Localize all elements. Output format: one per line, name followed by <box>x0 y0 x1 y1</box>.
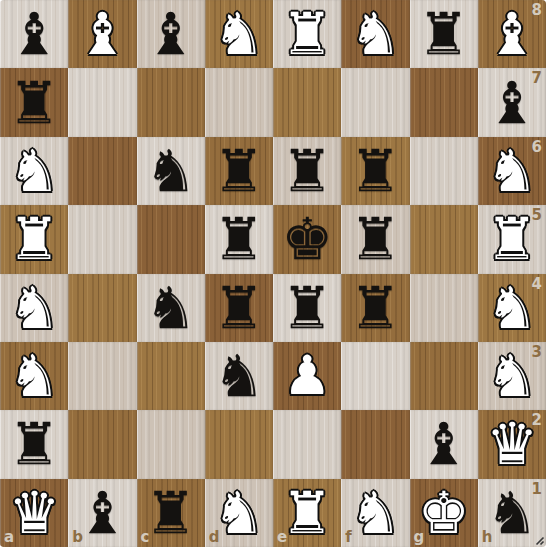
square-f8[interactable]: ♞ <box>341 0 409 68</box>
piece-white-rook[interactable]: ♜ <box>281 5 333 63</box>
square-g6[interactable] <box>410 137 478 205</box>
square-d4[interactable]: ♜ <box>205 274 273 342</box>
piece-black-rook[interactable]: ♜ <box>349 210 401 268</box>
piece-white-king[interactable]: ♚ <box>418 484 470 542</box>
square-h8[interactable]: 8♝ <box>478 0 546 68</box>
piece-white-queen[interactable]: ♛ <box>486 415 538 473</box>
square-c6[interactable]: ♞ <box>137 137 205 205</box>
rank-label-1: 1 <box>532 482 542 497</box>
piece-white-knight[interactable]: ♞ <box>8 142 60 200</box>
piece-white-bishop[interactable]: ♝ <box>486 5 538 63</box>
rank-label-7: 7 <box>532 71 542 86</box>
square-g5[interactable] <box>410 205 478 273</box>
square-g2[interactable]: ♝ <box>410 410 478 478</box>
file-label-h: h <box>482 530 493 545</box>
piece-white-pawn[interactable]: ♟ <box>283 349 331 403</box>
square-e2[interactable] <box>273 410 341 478</box>
square-a4[interactable]: ♞ <box>0 274 68 342</box>
square-c7[interactable] <box>137 68 205 136</box>
square-e1[interactable]: e♜ <box>273 479 341 547</box>
file-label-e: e <box>277 530 287 545</box>
file-label-g: g <box>414 530 425 545</box>
square-g7[interactable] <box>410 68 478 136</box>
square-b6[interactable] <box>68 137 136 205</box>
square-d5[interactable]: ♜ <box>205 205 273 273</box>
square-a2[interactable]: ♜ <box>0 410 68 478</box>
piece-black-rook[interactable]: ♜ <box>281 279 333 337</box>
resize-handle-icon[interactable] <box>531 532 545 546</box>
piece-black-knight[interactable]: ♞ <box>145 279 197 337</box>
piece-white-knight[interactable]: ♞ <box>486 279 538 337</box>
piece-black-rook[interactable]: ♜ <box>349 142 401 200</box>
square-f4[interactable]: ♜ <box>341 274 409 342</box>
square-h1[interactable]: 1h♞ <box>478 479 546 547</box>
square-e6[interactable]: ♜ <box>273 137 341 205</box>
square-f7[interactable] <box>341 68 409 136</box>
piece-white-rook[interactable]: ♜ <box>281 484 333 542</box>
square-c8[interactable]: ♝ <box>137 0 205 68</box>
piece-black-rook[interactable]: ♜ <box>213 142 265 200</box>
square-d2[interactable] <box>205 410 273 478</box>
square-b8[interactable]: ♝ <box>68 0 136 68</box>
square-h4[interactable]: 4♞ <box>478 274 546 342</box>
square-a3[interactable]: ♞ <box>0 342 68 410</box>
piece-black-bishop[interactable]: ♝ <box>486 74 538 132</box>
piece-black-bishop[interactable]: ♝ <box>76 484 128 542</box>
piece-white-knight[interactable]: ♞ <box>349 484 401 542</box>
square-b1[interactable]: b♝ <box>68 479 136 547</box>
piece-black-knight[interactable]: ♞ <box>145 142 197 200</box>
piece-white-knight[interactable]: ♞ <box>8 347 60 405</box>
square-f5[interactable]: ♜ <box>341 205 409 273</box>
square-h7[interactable]: 7♝ <box>478 68 546 136</box>
square-f1[interactable]: f♞ <box>341 479 409 547</box>
square-d3[interactable]: ♞ <box>205 342 273 410</box>
square-c1[interactable]: c♜ <box>137 479 205 547</box>
square-g3[interactable] <box>410 342 478 410</box>
file-label-b: b <box>72 530 83 545</box>
square-a5[interactable]: ♜ <box>0 205 68 273</box>
piece-black-rook[interactable]: ♜ <box>145 484 197 542</box>
piece-white-rook[interactable]: ♜ <box>486 210 538 268</box>
square-h5[interactable]: 5♜ <box>478 205 546 273</box>
square-b7[interactable] <box>68 68 136 136</box>
chess-board: ♝♝♝♞♜♞♜8♝♜7♝♞♞♜♜♜6♞♜♜♚♜5♜♞♞♜♜♜4♞♞♞♟3♞♜♝2… <box>0 0 546 547</box>
piece-white-knight[interactable]: ♞ <box>486 142 538 200</box>
square-b5[interactable] <box>68 205 136 273</box>
piece-white-queen[interactable]: ♛ <box>8 484 60 542</box>
piece-black-bishop[interactable]: ♝ <box>418 415 470 473</box>
square-b3[interactable] <box>68 342 136 410</box>
square-c3[interactable] <box>137 342 205 410</box>
rank-label-6: 6 <box>532 140 542 155</box>
piece-black-king[interactable]: ♚ <box>281 210 333 268</box>
square-f2[interactable] <box>341 410 409 478</box>
piece-black-knight[interactable]: ♞ <box>213 347 265 405</box>
piece-white-knight[interactable]: ♞ <box>8 279 60 337</box>
piece-black-bishop[interactable]: ♝ <box>145 5 197 63</box>
piece-black-rook[interactable]: ♜ <box>8 74 60 132</box>
square-d8[interactable]: ♞ <box>205 0 273 68</box>
file-label-a: a <box>4 530 14 545</box>
square-h3[interactable]: 3♞ <box>478 342 546 410</box>
square-g8[interactable]: ♜ <box>410 0 478 68</box>
square-g1[interactable]: g♚ <box>410 479 478 547</box>
square-e7[interactable] <box>273 68 341 136</box>
piece-black-rook[interactable]: ♜ <box>349 279 401 337</box>
file-label-f: f <box>345 530 352 545</box>
square-e5[interactable]: ♚ <box>273 205 341 273</box>
square-a6[interactable]: ♞ <box>0 137 68 205</box>
square-h6[interactable]: 6♞ <box>478 137 546 205</box>
piece-black-rook[interactable]: ♜ <box>213 210 265 268</box>
square-d7[interactable] <box>205 68 273 136</box>
file-label-c: c <box>141 530 150 545</box>
rank-label-5: 5 <box>532 208 542 223</box>
rank-label-4: 4 <box>532 277 542 292</box>
chess-board-widget: ♝♝♝♞♜♞♜8♝♜7♝♞♞♜♜♜6♞♜♜♚♜5♜♞♞♜♜♜4♞♞♞♟3♞♜♝2… <box>0 0 546 547</box>
piece-white-knight[interactable]: ♞ <box>349 5 401 63</box>
piece-black-rook[interactable]: ♜ <box>8 415 60 473</box>
piece-white-bishop[interactable]: ♝ <box>76 5 128 63</box>
square-g4[interactable] <box>410 274 478 342</box>
square-f3[interactable] <box>341 342 409 410</box>
square-h2[interactable]: 2♛ <box>478 410 546 478</box>
square-e3[interactable]: ♟ <box>273 342 341 410</box>
piece-black-rook[interactable]: ♜ <box>213 279 265 337</box>
rank-label-8: 8 <box>532 3 542 18</box>
piece-black-rook[interactable]: ♜ <box>418 5 470 63</box>
piece-white-rook[interactable]: ♜ <box>8 210 60 268</box>
square-e4[interactable]: ♜ <box>273 274 341 342</box>
square-d1[interactable]: d♞ <box>205 479 273 547</box>
piece-white-knight[interactable]: ♞ <box>213 484 265 542</box>
square-b4[interactable] <box>68 274 136 342</box>
square-a8[interactable]: ♝ <box>0 0 68 68</box>
piece-black-bishop[interactable]: ♝ <box>8 5 60 63</box>
piece-black-rook[interactable]: ♜ <box>281 142 333 200</box>
square-c5[interactable] <box>137 205 205 273</box>
rank-label-3: 3 <box>532 345 542 360</box>
square-c4[interactable]: ♞ <box>137 274 205 342</box>
square-c2[interactable] <box>137 410 205 478</box>
square-f6[interactable]: ♜ <box>341 137 409 205</box>
square-b2[interactable] <box>68 410 136 478</box>
square-a1[interactable]: a♛ <box>0 479 68 547</box>
square-a7[interactable]: ♜ <box>0 68 68 136</box>
file-label-d: d <box>209 530 220 545</box>
square-d6[interactable]: ♜ <box>205 137 273 205</box>
square-e8[interactable]: ♜ <box>273 0 341 68</box>
piece-white-knight[interactable]: ♞ <box>213 5 265 63</box>
rank-label-2: 2 <box>532 413 542 428</box>
piece-white-knight[interactable]: ♞ <box>486 347 538 405</box>
